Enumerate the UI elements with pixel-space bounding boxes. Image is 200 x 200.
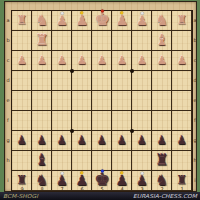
square-3i[interactable]: ♟: [132, 171, 152, 191]
square-1d[interactable]: [172, 71, 192, 91]
black-silver-piece[interactable]: ♟: [136, 174, 148, 187]
white-knight-piece[interactable]: ♞: [36, 13, 49, 27]
square-9d[interactable]: [12, 71, 32, 91]
white-silver-piece[interactable]: ♟: [136, 14, 148, 27]
app-name-badge: BCM-SHOGI: [3, 192, 38, 199]
square-2c[interactable]: ♟: [152, 51, 172, 71]
square-1c[interactable]: ♟: [172, 51, 192, 71]
square-9a[interactable]: ♜: [12, 11, 32, 31]
white-pawn-piece[interactable]: ♟: [17, 55, 27, 66]
white-pawn-piece[interactable]: ♟: [77, 55, 87, 66]
black-knight-piece[interactable]: ♞: [156, 173, 169, 187]
white-bishop-piece[interactable]: ♝: [155, 33, 168, 48]
square-6b[interactable]: [72, 31, 92, 51]
square-2i[interactable]: ♞: [152, 171, 172, 191]
square-8c[interactable]: ♟: [32, 51, 52, 71]
square-7g[interactable]: ♟: [52, 131, 72, 151]
square-3e[interactable]: [132, 91, 152, 111]
square-1e[interactable]: [172, 91, 192, 111]
gold-jewel: [81, 171, 84, 174]
black-pawn-piece[interactable]: ♟: [17, 135, 27, 146]
square-8e[interactable]: [32, 91, 52, 111]
square-3f[interactable]: [132, 111, 152, 131]
square-2d[interactable]: [152, 71, 172, 91]
black-pawn-piece[interactable]: ♟: [37, 135, 47, 146]
site-url-badge: EURASIA-CHESS.COM: [133, 192, 197, 199]
black-pawn-piece[interactable]: ♟: [137, 135, 147, 146]
white-knight-piece[interactable]: ♞: [156, 13, 169, 27]
square-4f[interactable]: [112, 111, 132, 131]
square-2e[interactable]: [152, 91, 172, 111]
black-gold-piece[interactable]: ♟: [76, 173, 89, 187]
black-silver-piece[interactable]: ♟: [56, 174, 68, 187]
black-king-piece[interactable]: ♚: [94, 171, 109, 188]
square-1b[interactable]: [172, 31, 192, 51]
square-7f[interactable]: [52, 111, 72, 131]
white-pawn-piece[interactable]: ♟: [37, 55, 47, 66]
square-2a[interactable]: ♞: [152, 11, 172, 31]
square-4h[interactable]: [112, 151, 132, 171]
square-3d[interactable]: [132, 71, 152, 91]
star-point: [70, 69, 74, 73]
white-pawn-piece[interactable]: ♟: [117, 55, 127, 66]
square-5i[interactable]: ♚: [92, 171, 112, 191]
white-pawn-piece[interactable]: ♟: [97, 55, 107, 66]
square-8h[interactable]: ♝: [32, 151, 52, 171]
square-9e[interactable]: [12, 91, 32, 111]
board-frame: ♜♞♟♟♚♟♟♞♜♜♝♟♟♟♟♟♟♟♟♟♟♟♟♟♟♟♟♟♟♝♜♜♞♟♟♚♟♟♞♜…: [4, 1, 197, 192]
square-6h[interactable]: [72, 151, 92, 171]
square-1g[interactable]: ♟: [172, 131, 192, 151]
gold-jewel: [121, 171, 124, 174]
square-5e[interactable]: [92, 91, 112, 111]
square-9f[interactable]: [12, 111, 32, 131]
star-point: [70, 129, 74, 133]
white-king-piece[interactable]: ♚: [94, 11, 109, 28]
black-lance-piece[interactable]: ♜: [17, 174, 28, 186]
star-point: [130, 129, 134, 133]
square-6c[interactable]: ♟: [72, 51, 92, 71]
square-5h[interactable]: [92, 151, 112, 171]
black-bishop-piece[interactable]: ♝: [35, 153, 48, 168]
black-pawn-piece[interactable]: ♟: [117, 135, 127, 146]
square-4a[interactable]: ♟: [112, 11, 132, 31]
square-4d[interactable]: [112, 71, 132, 91]
square-4c[interactable]: ♟: [112, 51, 132, 71]
square-4g[interactable]: ♟: [112, 131, 132, 151]
square-9i[interactable]: ♜: [12, 171, 32, 191]
square-5b[interactable]: [92, 31, 112, 51]
square-3c[interactable]: ♟: [132, 51, 152, 71]
red-jewel: [101, 9, 104, 12]
square-5g[interactable]: ♟: [92, 131, 112, 151]
square-6d[interactable]: [72, 71, 92, 91]
square-3b[interactable]: [132, 31, 152, 51]
black-knight-piece[interactable]: ♞: [36, 173, 49, 187]
square-7a[interactable]: ♟: [52, 11, 72, 31]
white-lance-piece[interactable]: ♜: [17, 14, 28, 26]
white-silver-piece[interactable]: ♟: [56, 14, 68, 27]
square-8b[interactable]: ♜: [32, 31, 52, 51]
square-4e[interactable]: [112, 91, 132, 111]
black-lance-piece[interactable]: ♜: [177, 174, 188, 186]
status-bar: BCM-SHOGI EURASIA-CHESS.COM: [0, 192, 200, 200]
square-9h[interactable]: [12, 151, 32, 171]
silver-jewel: [61, 12, 64, 15]
square-6a[interactable]: ♟: [72, 11, 92, 31]
white-pawn-piece[interactable]: ♟: [57, 55, 67, 66]
square-7b[interactable]: [52, 31, 72, 51]
square-2b[interactable]: ♝: [152, 31, 172, 51]
square-5c[interactable]: ♟: [92, 51, 112, 71]
black-gold-piece[interactable]: ♟: [116, 173, 129, 187]
square-3a[interactable]: ♟: [132, 11, 152, 31]
white-pawn-piece[interactable]: ♟: [137, 55, 147, 66]
square-2h[interactable]: ♜: [152, 151, 172, 171]
square-8a[interactable]: ♞: [32, 11, 52, 31]
black-rook-piece[interactable]: ♜: [155, 153, 168, 168]
white-pawn-piece[interactable]: ♟: [157, 55, 167, 66]
black-pawn-piece[interactable]: ♟: [97, 135, 107, 146]
blue-jewel: [101, 169, 104, 172]
square-7e[interactable]: [52, 91, 72, 111]
white-pawn-piece[interactable]: ♟: [177, 55, 187, 66]
square-8i[interactable]: ♞: [32, 171, 52, 191]
white-gold-piece[interactable]: ♟: [76, 13, 89, 27]
silver-jewel: [141, 172, 144, 175]
board-grid: ♜♞♟♟♚♟♟♞♜♜♝♟♟♟♟♟♟♟♟♟♟♟♟♟♟♟♟♟♟♝♜♜♞♟♟♚♟♟♞♜: [11, 10, 193, 192]
square-6i[interactable]: ♟: [72, 171, 92, 191]
black-pawn-piece[interactable]: ♟: [77, 135, 87, 146]
square-5f[interactable]: [92, 111, 112, 131]
square-3g[interactable]: ♟: [132, 131, 152, 151]
square-2g[interactable]: ♟: [152, 131, 172, 151]
black-pawn-piece[interactable]: ♟: [157, 135, 167, 146]
square-9b[interactable]: [12, 31, 32, 51]
square-7i[interactable]: ♟: [52, 171, 72, 191]
square-8g[interactable]: ♟: [32, 131, 52, 151]
square-7d[interactable]: [52, 71, 72, 91]
square-2f[interactable]: [152, 111, 172, 131]
square-7c[interactable]: ♟: [52, 51, 72, 71]
gold-jewel: [121, 11, 124, 14]
gold-jewel: [81, 11, 84, 14]
black-pawn-piece[interactable]: ♟: [177, 135, 187, 146]
square-3h[interactable]: [132, 151, 152, 171]
silver-jewel: [61, 172, 64, 175]
square-7h[interactable]: [52, 151, 72, 171]
square-1i[interactable]: ♜: [172, 171, 192, 191]
square-8d[interactable]: [32, 71, 52, 91]
square-5d[interactable]: [92, 71, 112, 91]
square-4b[interactable]: [112, 31, 132, 51]
app-window: ♜♞♟♟♚♟♟♞♜♜♝♟♟♟♟♟♟♟♟♟♟♟♟♟♟♟♟♟♟♝♜♜♞♟♟♚♟♟♞♜…: [0, 0, 200, 200]
silver-jewel: [141, 12, 144, 15]
square-9c[interactable]: ♟: [12, 51, 32, 71]
square-4i[interactable]: ♟: [112, 171, 132, 191]
square-8f[interactable]: [32, 111, 52, 131]
square-1a[interactable]: ♜: [172, 11, 192, 31]
white-rook-piece[interactable]: ♜: [35, 33, 48, 48]
square-6e[interactable]: [72, 91, 92, 111]
square-5a[interactable]: ♚: [92, 11, 112, 31]
square-1f[interactable]: [172, 111, 192, 131]
square-6f[interactable]: [72, 111, 92, 131]
white-lance-piece[interactable]: ♜: [177, 14, 188, 26]
square-1h[interactable]: [172, 151, 192, 171]
square-6g[interactable]: ♟: [72, 131, 92, 151]
black-pawn-piece[interactable]: ♟: [57, 135, 67, 146]
white-gold-piece[interactable]: ♟: [116, 13, 129, 27]
star-point: [130, 69, 134, 73]
square-9g[interactable]: ♟: [12, 131, 32, 151]
